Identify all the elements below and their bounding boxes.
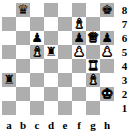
square-a2[interactable] <box>2 87 16 101</box>
piece-black-queen[interactable]: ♛ <box>17 3 29 17</box>
piece-black-pawn[interactable]: ♟ <box>73 31 85 45</box>
square-b2[interactable] <box>16 87 30 101</box>
square-c1[interactable] <box>30 101 44 115</box>
square-e4[interactable] <box>58 59 72 73</box>
square-h5[interactable]: ♟ <box>100 45 114 59</box>
square-c5[interactable]: ♝ <box>30 45 44 59</box>
square-f1[interactable] <box>72 101 86 115</box>
square-g4[interactable]: ♜ <box>86 59 100 73</box>
square-d4[interactable] <box>44 59 58 73</box>
square-g5[interactable] <box>86 45 100 59</box>
rank-label-1: 1 <box>116 101 133 115</box>
square-d8[interactable] <box>44 3 58 17</box>
piece-black-pawn[interactable]: ♟ <box>31 31 43 45</box>
file-label-f: f <box>72 117 86 133</box>
square-d1[interactable] <box>44 101 58 115</box>
square-a4[interactable] <box>2 59 16 73</box>
square-e5[interactable] <box>58 45 72 59</box>
square-g1[interactable] <box>86 101 100 115</box>
square-a7[interactable] <box>2 17 16 31</box>
square-c2[interactable] <box>30 87 44 101</box>
file-label-h: h <box>100 117 114 133</box>
square-e7[interactable] <box>58 17 72 31</box>
piece-white-bishop[interactable]: ♝ <box>73 17 85 31</box>
rank-labels: 87654321 <box>116 3 133 115</box>
square-b8[interactable]: ♛ <box>16 3 30 17</box>
square-c3[interactable] <box>30 73 44 87</box>
square-c4[interactable] <box>30 59 44 73</box>
square-d3[interactable] <box>44 73 58 87</box>
piece-white-king[interactable]: ♚ <box>101 87 113 101</box>
file-label-d: d <box>44 117 58 133</box>
square-f2[interactable] <box>72 87 86 101</box>
square-h2[interactable]: ♚ <box>100 87 114 101</box>
square-g7[interactable] <box>86 17 100 31</box>
piece-white-rook[interactable]: ♜ <box>87 59 99 73</box>
piece-black-rook[interactable]: ♜ <box>3 73 15 87</box>
file-labels: abcdefgh <box>2 117 114 133</box>
square-b1[interactable] <box>16 101 30 115</box>
square-a3[interactable]: ♜ <box>2 73 16 87</box>
square-a5[interactable] <box>2 45 16 59</box>
square-f4[interactable] <box>72 59 86 73</box>
rank-label-3: 3 <box>116 73 133 87</box>
chess-diagram: ♛♚♝♟♟♛♟♝♜♟♟♜♜♝♚ abcdefgh 87654321 <box>0 0 133 133</box>
file-label-g: g <box>86 117 100 133</box>
file-label-a: a <box>2 117 16 133</box>
rank-label-7: 7 <box>116 17 133 31</box>
piece-white-pawn[interactable]: ♟ <box>101 45 113 59</box>
square-h4[interactable] <box>100 59 114 73</box>
square-h7[interactable] <box>100 17 114 31</box>
square-g3[interactable]: ♝ <box>86 73 100 87</box>
square-g6[interactable]: ♛ <box>86 31 100 45</box>
square-g8[interactable] <box>86 3 100 17</box>
square-c6[interactable]: ♟ <box>30 31 44 45</box>
square-a6[interactable] <box>2 31 16 45</box>
piece-black-rook[interactable]: ♜ <box>45 45 57 59</box>
square-d6[interactable] <box>44 31 58 45</box>
rank-label-2: 2 <box>116 87 133 101</box>
square-b5[interactable] <box>16 45 30 59</box>
piece-white-pawn[interactable]: ♟ <box>73 45 85 59</box>
square-f5[interactable]: ♟ <box>72 45 86 59</box>
square-e6[interactable] <box>58 31 72 45</box>
file-label-c: c <box>30 117 44 133</box>
square-c7[interactable] <box>30 17 44 31</box>
square-b6[interactable] <box>16 31 30 45</box>
square-e8[interactable] <box>58 3 72 17</box>
square-h6[interactable]: ♟ <box>100 31 114 45</box>
square-d5[interactable]: ♜ <box>44 45 58 59</box>
square-b3[interactable] <box>16 73 30 87</box>
square-e3[interactable] <box>58 73 72 87</box>
file-label-e: e <box>58 117 72 133</box>
square-h1[interactable] <box>100 101 114 115</box>
square-a8[interactable] <box>2 3 16 17</box>
rank-label-4: 4 <box>116 59 133 73</box>
square-f7[interactable]: ♝ <box>72 17 86 31</box>
file-label-b: b <box>16 117 30 133</box>
piece-black-king[interactable]: ♚ <box>101 3 113 17</box>
square-f8[interactable] <box>72 3 86 17</box>
square-b7[interactable] <box>16 17 30 31</box>
square-a1[interactable] <box>2 101 16 115</box>
square-d2[interactable] <box>44 87 58 101</box>
square-h8[interactable]: ♚ <box>100 3 114 17</box>
rank-label-6: 6 <box>116 31 133 45</box>
square-f3[interactable] <box>72 73 86 87</box>
square-h3[interactable] <box>100 73 114 87</box>
square-b4[interactable] <box>16 59 30 73</box>
square-e2[interactable] <box>58 87 72 101</box>
square-c8[interactable] <box>30 3 44 17</box>
piece-black-pawn[interactable]: ♟ <box>101 31 113 45</box>
square-e1[interactable] <box>58 101 72 115</box>
piece-white-queen[interactable]: ♛ <box>87 31 99 45</box>
rank-label-5: 5 <box>116 45 133 59</box>
square-f6[interactable]: ♟ <box>72 31 86 45</box>
chess-board: ♛♚♝♟♟♛♟♝♜♟♟♜♜♝♚ <box>2 3 114 115</box>
piece-white-bishop[interactable]: ♝ <box>31 45 43 59</box>
piece-white-bishop[interactable]: ♝ <box>87 73 99 87</box>
square-d7[interactable] <box>44 17 58 31</box>
square-g2[interactable] <box>86 87 100 101</box>
rank-label-8: 8 <box>116 3 133 17</box>
